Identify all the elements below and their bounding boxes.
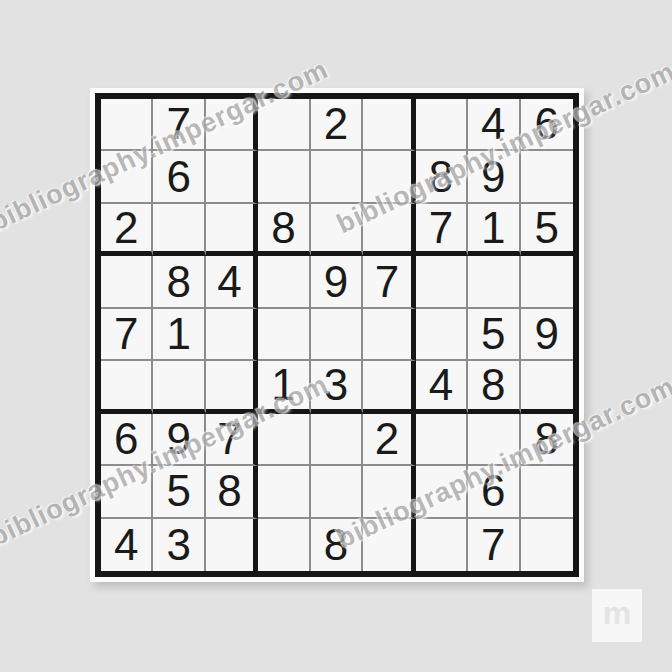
sudoku-cell-r2c8: 9	[468, 151, 520, 203]
sudoku-cell-r5c4	[258, 309, 310, 361]
sudoku-cell-r9c2: 3	[153, 519, 205, 571]
sudoku-cell-r4c8	[468, 256, 520, 308]
sudoku-cell-r4c1	[101, 256, 153, 308]
sudoku-cell-r5c6	[363, 309, 415, 361]
sudoku-cell-r1c9: 6	[521, 99, 573, 151]
sudoku-cell-r1c2: 7	[153, 99, 205, 151]
sudoku-cell-r3c6	[363, 204, 415, 256]
sudoku-cell-r9c4	[258, 519, 310, 571]
sudoku-cell-r1c4	[258, 99, 310, 151]
sudoku-cell-r8c5	[311, 466, 363, 518]
sudoku-cell-r8c8: 6	[468, 466, 520, 518]
sudoku-cell-r8c7	[416, 466, 468, 518]
puzzle-panel: 724668928715849771591348697285864387	[90, 88, 584, 582]
sudoku-cell-r8c3: 8	[206, 466, 258, 518]
sudoku-cell-r1c5: 2	[311, 99, 363, 151]
sudoku-cell-r8c9	[521, 466, 573, 518]
sudoku-cell-r9c8: 7	[468, 519, 520, 571]
sudoku-cell-r7c5	[311, 414, 363, 466]
sudoku-cell-r7c8	[468, 414, 520, 466]
sudoku-cell-r3c1: 2	[101, 204, 153, 256]
sudoku-cell-r8c6	[363, 466, 415, 518]
sudoku-cell-r7c4	[258, 414, 310, 466]
sudoku-cell-r7c9: 8	[521, 414, 573, 466]
sudoku-cell-r3c3	[206, 204, 258, 256]
sudoku-cell-r4c2: 8	[153, 256, 205, 308]
sudoku-cell-r5c1: 7	[101, 309, 153, 361]
sudoku-cell-r3c8: 1	[468, 204, 520, 256]
sudoku-cell-r2c3	[206, 151, 258, 203]
sudoku-cell-r6c5: 3	[311, 361, 363, 413]
watermark-logo-glyph: m	[603, 597, 631, 629]
sudoku-cell-r9c5: 8	[311, 519, 363, 571]
sudoku-cell-r5c9: 9	[521, 309, 573, 361]
sudoku-cell-r4c5: 9	[311, 256, 363, 308]
sudoku-cell-r1c7	[416, 99, 468, 151]
watermark-logo: m	[592, 589, 642, 642]
sudoku-cell-r1c8: 4	[468, 99, 520, 151]
sudoku-cell-r1c1	[101, 99, 153, 151]
sudoku-cell-r3c7: 7	[416, 204, 468, 256]
sudoku-cell-r6c8: 8	[468, 361, 520, 413]
sudoku-cell-r6c1	[101, 361, 153, 413]
sudoku-cell-r7c6: 2	[363, 414, 415, 466]
sudoku-cell-r4c6: 7	[363, 256, 415, 308]
sudoku-cell-r6c2	[153, 361, 205, 413]
sudoku-cell-r7c7	[416, 414, 468, 466]
sudoku-board: 724668928715849771591348697285864387	[95, 93, 579, 577]
sudoku-cell-r2c1	[101, 151, 153, 203]
sudoku-cell-r3c9: 5	[521, 204, 573, 256]
sudoku-cell-r1c6	[363, 99, 415, 151]
sudoku-cell-r4c9	[521, 256, 573, 308]
sudoku-cell-r8c2: 5	[153, 466, 205, 518]
sudoku-cell-r5c5	[311, 309, 363, 361]
sudoku-cell-r6c6	[363, 361, 415, 413]
sudoku-cell-r9c9	[521, 519, 573, 571]
sudoku-cell-r4c3: 4	[206, 256, 258, 308]
sudoku-cell-r9c7	[416, 519, 468, 571]
sudoku-cell-r7c3: 7	[206, 414, 258, 466]
sudoku-cell-r7c2: 9	[153, 414, 205, 466]
sudoku-cell-r4c7	[416, 256, 468, 308]
sudoku-cell-r2c6	[363, 151, 415, 203]
sudoku-cell-r3c2	[153, 204, 205, 256]
sudoku-cell-r8c4	[258, 466, 310, 518]
sudoku-cell-r2c9	[521, 151, 573, 203]
sudoku-cell-r9c6	[363, 519, 415, 571]
sudoku-cell-r6c4: 1	[258, 361, 310, 413]
sudoku-cell-r2c5	[311, 151, 363, 203]
sudoku-cell-r4c4	[258, 256, 310, 308]
sudoku-cell-r2c4	[258, 151, 310, 203]
sudoku-cell-r5c7	[416, 309, 468, 361]
sudoku-cell-r5c2: 1	[153, 309, 205, 361]
sudoku-cell-r2c7: 8	[416, 151, 468, 203]
sudoku-cell-r5c8: 5	[468, 309, 520, 361]
sudoku-cell-r8c1	[101, 466, 153, 518]
sudoku-cell-r1c3	[206, 99, 258, 151]
sudoku-cell-r2c2: 6	[153, 151, 205, 203]
sudoku-cell-r6c3	[206, 361, 258, 413]
sudoku-cell-r9c3	[206, 519, 258, 571]
sudoku-cell-r7c1: 6	[101, 414, 153, 466]
sudoku-cell-r9c1: 4	[101, 519, 153, 571]
sudoku-cell-r6c9	[521, 361, 573, 413]
sudoku-cell-r3c5	[311, 204, 363, 256]
sudoku-cell-r5c3	[206, 309, 258, 361]
sudoku-cell-r6c7: 4	[416, 361, 468, 413]
sudoku-cell-r3c4: 8	[258, 204, 310, 256]
